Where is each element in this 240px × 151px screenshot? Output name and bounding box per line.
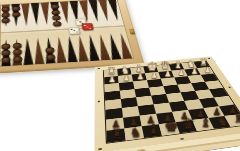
white-pawn: ♟ — [191, 67, 198, 75]
backgammon-board — [0, 0, 145, 74]
backgammon-point — [22, 38, 34, 65]
square: ♟ — [197, 67, 214, 75]
backgammon-checker — [12, 49, 22, 56]
square: ♟ — [118, 75, 133, 83]
square: ♚ — [159, 122, 180, 136]
white-pawn: ♟ — [204, 66, 211, 74]
square: ♟ — [184, 68, 200, 76]
square: ♝ — [192, 118, 214, 131]
square — [134, 88, 151, 98]
black-rook: ♜ — [111, 129, 122, 141]
square: ♞ — [124, 126, 144, 140]
die-pip — [73, 30, 75, 31]
product-photo: ♜♞♝♚♛♝♞♜♟♟♟♟♟♟♟♟♟♟♟♟♟♟♟♟♜♞♝♚♛♝♞♜ — [0, 0, 240, 151]
black-rook: ♜ — [233, 114, 240, 126]
die-pip — [71, 29, 73, 30]
square: ♜ — [107, 129, 126, 143]
white-pawn: ♟ — [108, 75, 115, 83]
backgammon-checker — [12, 42, 22, 49]
white-pawn: ♟ — [150, 71, 157, 79]
black-bishop: ♝ — [199, 117, 211, 130]
die-pip — [76, 31, 78, 32]
backgammon-checker — [1, 56, 11, 63]
square — [105, 91, 121, 101]
backgammon-checker — [12, 56, 22, 63]
black-bishop: ♝ — [147, 123, 159, 136]
chess-board: ♜♞♝♚♛♝♞♜♟♟♟♟♟♟♟♟♟♟♟♟♟♟♟♟♜♞♝♚♛♝♞♜ — [94, 57, 240, 151]
black-queen: ♛ — [182, 118, 195, 132]
white-die — [68, 27, 80, 35]
screw-dot — [180, 137, 184, 139]
backgammon-point — [30, 3, 42, 26]
backgammon-point — [20, 3, 31, 26]
black-knight: ♞ — [129, 126, 141, 139]
backgammon-point — [59, 1, 72, 24]
black-knight: ♞ — [217, 115, 228, 127]
square: ♞ — [209, 116, 231, 129]
screw-dot — [98, 68, 100, 69]
screw-dot — [97, 101, 100, 103]
square — [119, 82, 135, 91]
backgammon-checker — [1, 50, 11, 57]
chess-box: ♜♞♝♚♛♝♞♜♟♟♟♟♟♟♟♟♟♟♟♟♟♟♟♟♜♞♝♚♛♝♞♜ — [94, 57, 240, 151]
white-pawn: ♟ — [136, 73, 143, 81]
red-die — [81, 23, 93, 31]
backgammon-point — [85, 34, 101, 61]
white-pawn: ♟ — [164, 70, 171, 78]
backgammon-checker — [52, 21, 62, 27]
brass-clasp-icon — [129, 29, 136, 35]
brass-clasp-icon — [137, 150, 146, 151]
white-pawn: ♟ — [177, 69, 184, 77]
black-king: ♚ — [164, 118, 178, 134]
screw-dot — [208, 58, 211, 59]
chess-squares: ♜♞♝♚♛♝♞♜♟♟♟♟♟♟♟♟♟♟♟♟♟♟♟♟♜♞♝♚♛♝♞♜ — [103, 61, 240, 144]
backgammon-checker — [45, 47, 55, 54]
screw-dot — [228, 86, 231, 88]
square — [136, 96, 153, 107]
backgammon-point — [53, 36, 67, 63]
backgammon-checker — [45, 54, 55, 61]
fold-seam — [1, 25, 124, 33]
die-pip — [89, 28, 91, 29]
backgammon-checker — [11, 12, 20, 18]
white-pawn: ♟ — [122, 74, 129, 82]
screw-dot — [99, 148, 102, 151]
backgammon-checker — [1, 43, 10, 50]
square: ♝ — [142, 124, 162, 138]
die-pip — [77, 20, 79, 21]
square: ♛ — [176, 120, 197, 133]
die-pip — [84, 25, 86, 26]
